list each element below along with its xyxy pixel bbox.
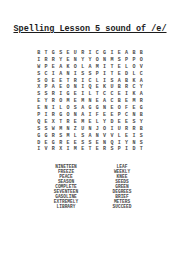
grid-cell-r4c15: C — [138, 71, 145, 78]
grid-cell-r9c8: G — [86, 105, 93, 112]
grid-cell-r9c12: O — [116, 105, 123, 112]
grid-cell-r3c4: A — [57, 64, 64, 71]
grid-cell-r5c3: E — [50, 78, 57, 85]
grid-cell-r15c14: D — [130, 146, 137, 153]
grid-cell-r10c15: B — [138, 112, 145, 119]
grid-cell-r10c13: C — [123, 112, 130, 119]
grid-cell-r12c4: M — [57, 126, 64, 133]
grid-cell-r3c13: L — [123, 64, 130, 71]
grid-cell-r9c14: E — [130, 105, 137, 112]
grid-cell-r3c7: L — [79, 64, 86, 71]
grid-cell-r7c3: R — [50, 91, 57, 98]
grid-cell-r8c11: C — [108, 98, 115, 105]
grid-cell-r11c13: E — [123, 119, 130, 126]
grid-cell-r13c15: S — [138, 133, 145, 140]
grid-cell-r9c13: F — [123, 105, 130, 112]
grid-cell-r9c9: G — [94, 105, 101, 112]
grid-cell-r9c10: N — [101, 105, 108, 112]
grid-cell-r2c14: P — [130, 57, 137, 64]
grid-cell-r2c9: O — [94, 57, 101, 64]
grid-cell-r4c1: S — [35, 71, 42, 78]
grid-cell-r3c3: E — [50, 64, 57, 71]
grid-cell-r5c14: K — [130, 78, 137, 85]
grid-cell-r13c2: G — [42, 133, 49, 140]
grid-cell-r15c6: M — [72, 146, 79, 153]
grid-cell-r9c2: N — [42, 105, 49, 112]
word-search-grid: BTGSEURICGIEABBIRRYENYYONMSPPOWPEAKOLAMI… — [35, 50, 145, 153]
grid-cell-r12c12: U — [116, 126, 123, 133]
grid-cell-r4c13: D — [123, 71, 130, 78]
grid-cell-r13c8: A — [86, 133, 93, 140]
grid-cell-r2c12: S — [116, 57, 123, 64]
grid-cell-r9c6: S — [72, 105, 79, 112]
grid-cell-r10c9: F — [94, 112, 101, 119]
grid-cell-r5c13: B — [123, 78, 130, 85]
grid-cell-r3c15: V — [138, 64, 145, 71]
grid-cell-r6c12: B — [116, 84, 123, 91]
grid-cell-r13c6: L — [72, 133, 79, 140]
grid-cell-r3c12: E — [116, 64, 123, 71]
grid-cell-r12c3: W — [50, 126, 57, 133]
grid-cell-r13c7: S — [79, 133, 86, 140]
grid-cell-r5c9: L — [94, 78, 101, 85]
grid-cell-r6c1: X — [35, 84, 42, 91]
grid-cell-r1c3: G — [50, 50, 57, 57]
grid-cell-r13c13: E — [123, 133, 130, 140]
grid-cell-r14c6: E — [72, 140, 79, 147]
grid-cell-r6c3: A — [50, 84, 57, 91]
grid-cell-r14c5: E — [64, 140, 71, 147]
grid-cell-r9c11: E — [108, 105, 115, 112]
grid-cell-r7c4: I — [57, 91, 64, 98]
grid-cell-r5c7: I — [79, 78, 86, 85]
grid-cell-r2c15: O — [138, 57, 145, 64]
grid-cell-r4c8: S — [86, 71, 93, 78]
grid-cell-r10c1: P — [35, 112, 42, 119]
grid-cell-r5c8: C — [86, 78, 93, 85]
grid-cell-r11c6: E — [72, 119, 79, 126]
grid-cell-r12c7: U — [79, 126, 86, 133]
grid-cell-r14c11: Q — [108, 140, 115, 147]
grid-cell-r9c3: I — [50, 105, 57, 112]
grid-cell-r10c7: A — [79, 112, 86, 119]
grid-cell-r13c5: M — [64, 133, 71, 140]
grid-cell-r3c10: I — [101, 64, 108, 71]
grid-cell-r8c3: R — [50, 98, 57, 105]
grid-cell-r1c4: S — [57, 50, 64, 57]
grid-cell-r15c12: P — [116, 146, 123, 153]
grid-cell-r11c4: T — [57, 119, 64, 126]
grid-cell-r5c6: R — [72, 78, 79, 85]
grid-cell-r15c5: I — [64, 146, 71, 153]
word-list-item: LIBRARY — [38, 205, 94, 210]
grid-cell-r6c2: P — [42, 84, 49, 91]
grid-cell-r13c9: N — [94, 133, 101, 140]
grid-cell-r14c4: R — [57, 140, 64, 147]
page-title: Spelling Lesson 5 sound of /e/ — [0, 24, 180, 34]
grid-cell-r15c11: S — [108, 146, 115, 153]
grid-cell-r11c1: Q — [35, 119, 42, 126]
grid-cell-r10c14: N — [130, 112, 137, 119]
grid-cell-r11c10: Y — [101, 119, 108, 126]
grid-cell-r5c15: A — [138, 78, 145, 85]
grid-cell-r11c3: X — [50, 119, 57, 126]
grid-cell-r14c1: D — [35, 140, 42, 147]
grid-cell-r9c4: L — [57, 105, 64, 112]
grid-cell-r12c14: R — [130, 126, 137, 133]
grid-cell-r4c4: A — [57, 71, 64, 78]
grid-cell-r11c2: E — [42, 119, 49, 126]
grid-cell-r5c11: S — [108, 78, 115, 85]
grid-cell-r4c6: I — [72, 71, 79, 78]
grid-cell-r14c12: I — [116, 140, 123, 147]
grid-cell-r11c8: E — [86, 119, 93, 126]
grid-cell-r14c7: S — [79, 140, 86, 147]
grid-cell-r7c15: A — [138, 91, 145, 98]
grid-cell-r15c15: T — [138, 146, 145, 153]
grid-cell-r10c5: O — [64, 112, 71, 119]
worksheet-page: Spelling Lesson 5 sound of /e/ BTGSEURIC… — [0, 24, 180, 256]
grid-cell-r8c12: B — [116, 98, 123, 105]
grid-cell-r11c7: M — [79, 119, 86, 126]
grid-cell-r7c11: C — [108, 91, 115, 98]
grid-cell-r1c12: E — [116, 50, 123, 57]
grid-cell-r8c14: M — [130, 98, 137, 105]
grid-cell-r2c6: N — [72, 57, 79, 64]
grid-cell-r6c10: K — [101, 84, 108, 91]
grid-cell-r12c2: S — [42, 126, 49, 133]
grid-cell-r3c6: O — [72, 64, 79, 71]
grid-cell-r6c13: R — [123, 84, 130, 91]
grid-cell-r7c13: I — [123, 91, 130, 98]
grid-cell-r4c11: T — [108, 71, 115, 78]
grid-cell-r10c3: R — [50, 112, 57, 119]
grid-cell-r12c10: O — [101, 126, 108, 133]
grid-cell-r10c4: G — [57, 112, 64, 119]
grid-cell-r13c11: V — [108, 133, 115, 140]
grid-cell-r14c3: G — [50, 140, 57, 147]
grid-cell-r7c12: E — [116, 91, 123, 98]
grid-cell-r12c5: N — [64, 126, 71, 133]
grid-cell-r7c6: E — [72, 91, 79, 98]
grid-cell-r3c2: P — [42, 64, 49, 71]
grid-cell-r1c6: U — [72, 50, 79, 57]
grid-cell-r7c9: T — [94, 91, 101, 98]
grid-cell-r11c9: L — [94, 119, 101, 126]
grid-cell-r13c4: S — [57, 133, 64, 140]
grid-cell-r11c5: R — [64, 119, 71, 126]
grid-cell-r8c15: R — [138, 98, 145, 105]
grid-cell-r12c11: I — [108, 126, 115, 133]
grid-cell-r2c1: I — [35, 57, 42, 64]
grid-cell-r13c3: R — [50, 133, 57, 140]
grid-cell-r10c8: I — [86, 112, 93, 119]
grid-cell-r14c15: S — [138, 140, 145, 147]
grid-cell-r5c4: E — [57, 78, 64, 85]
grid-cell-r11c12: E — [116, 119, 123, 126]
grid-cell-r14c14: N — [130, 140, 137, 147]
grid-cell-r6c15: Y — [138, 84, 145, 91]
grid-cell-r1c1: B — [35, 50, 42, 57]
grid-cell-r15c13: I — [123, 146, 130, 153]
grid-cell-r9c1: E — [35, 105, 42, 112]
word-list-item: SUCCEED — [94, 205, 150, 210]
grid-cell-r14c10: N — [101, 140, 108, 147]
grid-cell-r8c13: E — [123, 98, 130, 105]
grid-cell-r6c4: E — [57, 84, 64, 91]
grid-cell-r3c9: M — [94, 64, 101, 71]
grid-cell-r5c1: S — [35, 78, 42, 85]
grid-cell-r5c2: O — [42, 78, 49, 85]
grid-cell-r6c5: O — [64, 84, 71, 91]
grid-cell-r2c7: Y — [79, 57, 86, 64]
grid-cell-r13c10: V — [101, 133, 108, 140]
grid-cell-r1c9: C — [94, 50, 101, 57]
grid-cell-r2c10: N — [101, 57, 108, 64]
grid-cell-r15c2: V — [42, 146, 49, 153]
grid-cell-r1c15: B — [138, 50, 145, 57]
grid-cell-r14c9: E — [94, 140, 101, 147]
grid-cell-r15c1: I — [35, 146, 42, 153]
grid-cell-r9c15: G — [138, 105, 145, 112]
word-list-right-column: LEAFWEEKLYKNEESEEDSGREENDEGREESBRIEFMETE… — [94, 165, 150, 209]
grid-cell-r4c3: I — [50, 71, 57, 78]
grid-cell-r10c2: I — [42, 112, 49, 119]
word-list: NINETEENFREEZEPEACESEASONCOMPLETESEVENTE… — [38, 165, 150, 209]
grid-cell-r5c10: I — [101, 78, 108, 85]
grid-cell-r15c7: E — [79, 146, 86, 153]
grid-cell-r5c5: T — [64, 78, 71, 85]
grid-cell-r7c14: K — [130, 91, 137, 98]
grid-cell-r2c5: E — [64, 57, 71, 64]
grid-cell-r6c14: C — [130, 84, 137, 91]
grid-cell-r8c7: M — [79, 98, 86, 105]
grid-cell-r8c9: E — [94, 98, 101, 105]
grid-cell-r7c1: S — [35, 91, 42, 98]
grid-cell-r5c12: A — [116, 78, 123, 85]
grid-cell-r1c10: G — [101, 50, 108, 57]
grid-cell-r8c4: O — [57, 98, 64, 105]
grid-cell-r6c8: Q — [86, 84, 93, 91]
grid-cell-r6c9: E — [94, 84, 101, 91]
grid-cell-r11c15: Y — [138, 119, 145, 126]
grid-cell-r2c2: R — [42, 57, 49, 64]
grid-cell-r4c2: C — [42, 71, 49, 78]
grid-cell-r8c5: M — [64, 98, 71, 105]
grid-cell-r8c8: N — [86, 98, 93, 105]
grid-cell-r12c9: J — [94, 126, 101, 133]
grid-cell-r7c2: S — [42, 91, 49, 98]
grid-cell-r14c8: S — [86, 140, 93, 147]
grid-cell-r10c10: E — [101, 112, 108, 119]
grid-cell-r1c13: A — [123, 50, 130, 57]
grid-cell-r14c2: E — [42, 140, 49, 147]
grid-cell-r3c8: A — [86, 64, 93, 71]
grid-cell-r11c14: S — [130, 119, 137, 126]
grid-cell-r11c11: D — [108, 119, 115, 126]
grid-cell-r15c10: R — [101, 146, 108, 153]
grid-cell-r1c11: I — [108, 50, 115, 57]
grid-cell-r2c4: Y — [57, 57, 64, 64]
grid-cell-r2c3: R — [50, 57, 57, 64]
grid-cell-r3c11: T — [108, 64, 115, 71]
grid-cell-r10c11: E — [108, 112, 115, 119]
grid-cell-r4c5: N — [64, 71, 71, 78]
grid-cell-r10c6: N — [72, 112, 79, 119]
grid-cell-r6c6: N — [72, 84, 79, 91]
grid-cell-r6c7: I — [79, 84, 86, 91]
grid-cell-r15c4: X — [57, 146, 64, 153]
grid-cell-r13c14: I — [130, 133, 137, 140]
grid-cell-r7c7: I — [79, 91, 86, 98]
grid-cell-r3c14: O — [130, 64, 137, 71]
grid-cell-r7c5: G — [64, 91, 71, 98]
grid-cell-r4c9: P — [94, 71, 101, 78]
grid-cell-r4c14: L — [130, 71, 137, 78]
grid-cell-r4c10: I — [101, 71, 108, 78]
grid-cell-r2c13: P — [123, 57, 130, 64]
grid-cell-r1c5: E — [64, 50, 71, 57]
grid-cell-r4c7: S — [79, 71, 86, 78]
grid-cell-r12c15: B — [138, 126, 145, 133]
grid-cell-r12c13: R — [123, 126, 130, 133]
grid-cell-r8c6: E — [72, 98, 79, 105]
grid-cell-r7c8: L — [86, 91, 93, 98]
grid-cell-r1c14: B — [130, 50, 137, 57]
grid-cell-r12c6: Z — [72, 126, 79, 133]
grid-cell-r15c3: R — [50, 146, 57, 153]
grid-cell-r1c8: I — [86, 50, 93, 57]
grid-cell-r15c9: E — [94, 146, 101, 153]
grid-cell-r4c12: E — [116, 71, 123, 78]
grid-cell-r12c8: N — [86, 126, 93, 133]
grid-cell-r9c5: O — [64, 105, 71, 112]
grid-cell-r1c7: R — [79, 50, 86, 57]
grid-cell-r2c8: Y — [86, 57, 93, 64]
grid-cell-r8c1: E — [35, 98, 42, 105]
word-list-left-column: NINETEENFREEZEPEACESEASONCOMPLETESEVENTE… — [38, 165, 94, 209]
grid-cell-r7c10: C — [101, 91, 108, 98]
grid-cell-r13c12: L — [116, 133, 123, 140]
grid-cell-r6c11: U — [108, 84, 115, 91]
grid-cell-r1c2: T — [42, 50, 49, 57]
grid-cell-r15c8: T — [86, 146, 93, 153]
grid-cell-r3c1: W — [35, 64, 42, 71]
grid-cell-r8c10: A — [101, 98, 108, 105]
grid-cell-r3c5: K — [64, 64, 71, 71]
grid-cell-r8c2: Y — [42, 98, 49, 105]
grid-cell-r13c1: G — [35, 133, 42, 140]
grid-cell-r9c7: A — [79, 105, 86, 112]
grid-cell-r12c1: S — [35, 126, 42, 133]
grid-cell-r2c11: M — [108, 57, 115, 64]
grid-cell-r14c13: Y — [123, 140, 130, 147]
grid-cell-r10c12: P — [116, 112, 123, 119]
